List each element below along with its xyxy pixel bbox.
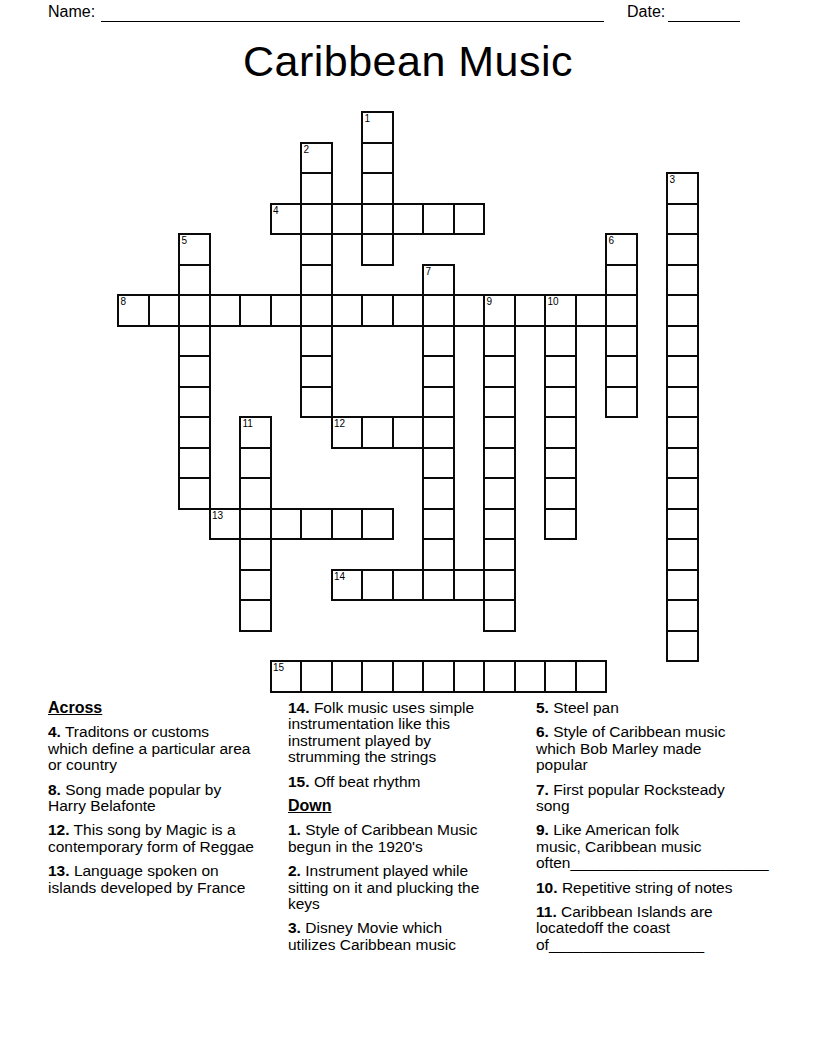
grid-cell-r13c18[interactable] [666, 508, 699, 541]
grid-cell-r10c2[interactable] [178, 416, 211, 449]
grid-cell-r12c2[interactable] [178, 477, 211, 510]
grid-cell-r2c6[interactable] [300, 172, 333, 205]
grid-cell-r18c10[interactable] [422, 660, 455, 693]
grid-cell-r6c18[interactable] [666, 294, 699, 327]
grid-cell-r10c10[interactable] [422, 416, 455, 449]
grid-cell-r3c10[interactable] [422, 203, 455, 236]
grid-cell-r6c7[interactable] [331, 294, 364, 327]
grid-cell-r18c8[interactable] [361, 660, 394, 693]
clue-number-label: 8. [48, 781, 61, 798]
clue-text: Caribbean Islands are locatedoff the coa… [536, 903, 713, 953]
grid-cell-r13c10[interactable] [422, 508, 455, 541]
worksheet-page: Name: Date: Caribbean Music 123456789101… [0, 0, 816, 1056]
grid-cell-r13c14[interactable] [544, 508, 577, 541]
grid-clue-number-9: 9 [487, 296, 493, 307]
clue-12: 12. This song by Magic is a contemporary… [48, 822, 292, 855]
clue-2: 2. Instrument played while sitting on it… [288, 863, 532, 912]
grid-cell-r10c7[interactable]: 12 [331, 416, 364, 449]
clue-number-label: 4. [48, 723, 61, 740]
clue-number-label: 14. [288, 699, 310, 716]
grid-cell-r10c4[interactable]: 11 [239, 416, 272, 449]
grid-cell-r15c11[interactable] [453, 569, 486, 602]
grid-cell-r11c10[interactable] [422, 447, 455, 480]
clue-text: Disney Movie which utilizes Caribbean mu… [288, 919, 456, 952]
grid-cell-r9c10[interactable] [422, 386, 455, 419]
clue-number-label: 2. [288, 862, 301, 879]
grid-clue-number-15: 15 [273, 662, 284, 673]
clue-11: 11. Caribbean Islands are locatedoff the… [536, 904, 780, 953]
grid-cell-r7c10[interactable] [422, 325, 455, 358]
grid-cell-r8c16[interactable] [605, 355, 638, 388]
grid-cell-r6c15[interactable] [575, 294, 608, 327]
grid-cell-r15c10[interactable] [422, 569, 455, 602]
grid-cell-r8c10[interactable] [422, 355, 455, 388]
grid-cell-r7c14[interactable] [544, 325, 577, 358]
clue-1: 1. Style of Caribbean Music begun in the… [288, 822, 532, 855]
grid-cell-r18c11[interactable] [453, 660, 486, 693]
grid-cell-r18c15[interactable] [575, 660, 608, 693]
crossword-grid: 123456789101112131415 [117, 111, 699, 694]
grid-cell-r7c18[interactable] [666, 325, 699, 358]
grid-cell-r14c18[interactable] [666, 538, 699, 571]
clue-text: Off beat rhythm [314, 773, 421, 790]
grid-cell-r15c7[interactable]: 14 [331, 569, 364, 602]
grid-cell-r13c4[interactable] [239, 508, 272, 541]
grid-cell-r9c16[interactable] [605, 386, 638, 419]
grid-cell-r6c11[interactable] [453, 294, 486, 327]
grid-clue-number-14: 14 [334, 571, 345, 582]
grid-clue-number-8: 8 [121, 296, 127, 307]
grid-clue-number-12: 12 [334, 418, 345, 429]
grid-clue-number-2: 2 [304, 144, 310, 155]
clue-7: 7. First popular Rocksteady song [536, 782, 780, 815]
grid-cell-r7c6[interactable] [300, 325, 333, 358]
grid-clue-number-3: 3 [670, 174, 676, 185]
clue-number-label: 3. [288, 919, 301, 936]
grid-cell-r18c14[interactable] [544, 660, 577, 693]
grid-cell-r9c2[interactable] [178, 386, 211, 419]
grid-cell-r3c11[interactable] [453, 203, 486, 236]
grid-cell-r4c6[interactable] [300, 233, 333, 266]
clue-text: Language spoken on islands developed by … [48, 862, 245, 895]
clue-column-2: 14. Folk music uses simple instrumentati… [288, 700, 532, 961]
clue-text: Song made popular by Harry Belafonte [48, 781, 221, 814]
grid-cell-r4c2[interactable]: 5 [178, 233, 211, 266]
grid-cell-r10c14[interactable] [544, 416, 577, 449]
grid-cell-r5c2[interactable] [178, 264, 211, 297]
grid-cell-r7c12[interactable] [483, 325, 516, 358]
grid-cell-r15c12[interactable] [483, 569, 516, 602]
grid-cell-r15c18[interactable] [666, 569, 699, 602]
clue-3: 3. Disney Movie which utilizes Caribbean… [288, 920, 532, 953]
grid-cell-r10c8[interactable] [361, 416, 394, 449]
grid-cell-r3c18[interactable] [666, 203, 699, 236]
grid-cell-r5c10[interactable]: 7 [422, 264, 455, 297]
grid-cell-r6c10[interactable] [422, 294, 455, 327]
grid-cell-r17c18[interactable] [666, 630, 699, 663]
grid-cell-r6c6[interactable] [300, 294, 333, 327]
clue-8: 8. Song made popular by Harry Belafonte [48, 782, 292, 815]
grid-cell-r5c6[interactable] [300, 264, 333, 297]
grid-cell-r16c12[interactable] [483, 599, 516, 632]
clue-text: First popular Rocksteady song [536, 781, 725, 814]
grid-cell-r11c18[interactable] [666, 447, 699, 480]
grid-cell-r14c10[interactable] [422, 538, 455, 571]
clue-number-label: 11. [536, 903, 557, 920]
grid-cell-r1c8[interactable] [361, 142, 394, 175]
grid-clue-number-6: 6 [609, 235, 615, 246]
grid-cell-r11c12[interactable] [483, 447, 516, 480]
grid-cell-r6c16[interactable] [605, 294, 638, 327]
grid-cell-r1c6[interactable]: 2 [300, 142, 333, 175]
clue-text: Repetitive string of notes [562, 879, 733, 896]
grid-cell-r6c13[interactable] [514, 294, 547, 327]
grid-cell-r10c18[interactable] [666, 416, 699, 449]
date-label: Date: [627, 3, 665, 21]
clue-4: 4. Traditons or customs which define a p… [48, 724, 292, 773]
clue-number-label: 7. [536, 781, 549, 798]
grid-cell-r8c14[interactable] [544, 355, 577, 388]
grid-clue-number-1: 1 [365, 113, 371, 124]
grid-cell-r12c18[interactable] [666, 477, 699, 510]
grid-cell-r6c2[interactable] [178, 294, 211, 327]
grid-cell-r2c18[interactable]: 3 [666, 172, 699, 205]
grid-cell-r5c16[interactable] [605, 264, 638, 297]
grid-cell-r6c5[interactable] [270, 294, 303, 327]
grid-cell-r9c18[interactable] [666, 386, 699, 419]
grid-cell-r4c18[interactable] [666, 233, 699, 266]
grid-cell-r8c18[interactable] [666, 355, 699, 388]
name-blank-line[interactable] [101, 2, 604, 22]
grid-cell-r15c8[interactable] [361, 569, 394, 602]
clue-text: Style of Caribbean music which Bob Marle… [536, 723, 726, 773]
clue-15: 15. Off beat rhythm [288, 774, 532, 790]
clue-number-label: 5. [536, 699, 549, 716]
clue-6: 6. Style of Caribbean music which Bob Ma… [536, 724, 780, 773]
grid-cell-r4c16[interactable]: 6 [605, 233, 638, 266]
grid-cell-r6c4[interactable] [239, 294, 272, 327]
grid-cell-r6c8[interactable] [361, 294, 394, 327]
grid-cell-r14c4[interactable] [239, 538, 272, 571]
grid-cell-r6c12[interactable]: 9 [483, 294, 516, 327]
grid-cell-r16c4[interactable] [239, 599, 272, 632]
grid-cell-r11c14[interactable] [544, 447, 577, 480]
grid-cell-r15c9[interactable] [392, 569, 425, 602]
grid-cell-r11c4[interactable] [239, 447, 272, 480]
grid-cell-r8c6[interactable] [300, 355, 333, 388]
clue-text: Steel pan [553, 699, 619, 716]
clue-text: Traditons or customs which define a part… [48, 723, 250, 773]
grid-cell-r3c8[interactable] [361, 203, 394, 236]
clue-13: 13. Language spoken on islands developed… [48, 863, 292, 896]
clue-number-label: 10. [536, 879, 558, 896]
grid-cell-r9c12[interactable] [483, 386, 516, 419]
grid-clue-number-5: 5 [182, 235, 188, 246]
clue-number-label: 15. [288, 773, 310, 790]
grid-cell-r3c9[interactable] [392, 203, 425, 236]
clue-text: Style of Caribbean Music begun in the 19… [288, 821, 478, 854]
grid-cell-r3c7[interactable] [331, 203, 364, 236]
grid-cell-r13c8[interactable] [361, 508, 394, 541]
grid-cell-r6c1[interactable] [148, 294, 181, 327]
clue-number-label: 13. [48, 862, 70, 879]
clue-number-label: 1. [288, 821, 301, 838]
grid-cell-r10c9[interactable] [392, 416, 425, 449]
puzzle-title: Caribbean Music [0, 36, 816, 86]
grid-cell-r10c12[interactable] [483, 416, 516, 449]
grid-cell-r6c3[interactable] [209, 294, 242, 327]
grid-cell-r13c7[interactable] [331, 508, 364, 541]
name-label: Name: [48, 3, 95, 21]
grid-cell-r4c8[interactable] [361, 233, 394, 266]
clue-text: Folk music uses simple instrumentation l… [288, 699, 474, 765]
grid-cell-r7c2[interactable] [178, 325, 211, 358]
grid-cell-r18c7[interactable] [331, 660, 364, 693]
grid-cell-r8c2[interactable] [178, 355, 211, 388]
grid-cell-r12c12[interactable] [483, 477, 516, 510]
grid-cell-r0c8[interactable]: 1 [361, 111, 394, 144]
grid-cell-r18c13[interactable] [514, 660, 547, 693]
clue-column-1: Across4. Traditons or customs which defi… [48, 700, 292, 904]
grid-cell-r16c18[interactable] [666, 599, 699, 632]
grid-cell-r13c6[interactable] [300, 508, 333, 541]
grid-cell-r3c5[interactable]: 4 [270, 203, 303, 236]
grid-cell-r5c18[interactable] [666, 264, 699, 297]
grid-cell-r18c12[interactable] [483, 660, 516, 693]
grid-cell-r12c10[interactable] [422, 477, 455, 510]
clue-number-label: 12. [48, 821, 70, 838]
grid-cell-r18c5[interactable]: 15 [270, 660, 303, 693]
clue-5: 5. Steel pan [536, 700, 780, 716]
clue-text: Instrument played while sitting on it an… [288, 862, 479, 912]
date-blank-line[interactable] [668, 2, 740, 22]
grid-cell-r13c12[interactable] [483, 508, 516, 541]
clue-number-label: 9. [536, 821, 549, 838]
grid-cell-r7c16[interactable] [605, 325, 638, 358]
clue-10: 10. Repetitive string of notes [536, 880, 780, 896]
grid-cell-r6c9[interactable] [392, 294, 425, 327]
grid-clue-number-11: 11 [243, 418, 253, 429]
clue-section-header-across: Across [48, 700, 292, 716]
grid-cell-r3c6[interactable] [300, 203, 333, 236]
grid-clue-number-13: 13 [212, 510, 223, 521]
grid-cell-r9c6[interactable] [300, 386, 333, 419]
clue-column-3: 5. Steel pan6. Style of Caribbean music … [536, 700, 780, 961]
grid-cell-r8c12[interactable] [483, 355, 516, 388]
clue-number-label: 6. [536, 723, 549, 740]
grid-cell-r2c8[interactable] [361, 172, 394, 205]
grid-clue-number-10: 10 [548, 296, 559, 307]
grid-clue-number-4: 4 [273, 205, 279, 216]
grid-cell-r14c12[interactable] [483, 538, 516, 571]
grid-cell-r18c9[interactable] [392, 660, 425, 693]
grid-cell-r12c4[interactable] [239, 477, 272, 510]
clue-14: 14. Folk music uses simple instrumentati… [288, 700, 532, 766]
clue-text: Like American folk music, Caribbean musi… [536, 821, 769, 871]
grid-cell-r6c0[interactable]: 8 [117, 294, 150, 327]
grid-cell-r18c6[interactable] [300, 660, 333, 693]
grid-cell-r13c5[interactable] [270, 508, 303, 541]
grid-cell-r12c14[interactable] [544, 477, 577, 510]
grid-cell-r13c3[interactable]: 13 [209, 508, 242, 541]
clue-text: This song by Magic is a contemporary for… [48, 821, 254, 854]
grid-clue-number-7: 7 [426, 266, 432, 277]
grid-cell-r6c14[interactable]: 10 [544, 294, 577, 327]
clue-9: 9. Like American folk music, Caribbean m… [536, 822, 780, 871]
grid-cell-r15c4[interactable] [239, 569, 272, 602]
clue-section-header-down: Down [288, 798, 532, 814]
grid-cell-r9c14[interactable] [544, 386, 577, 419]
grid-cell-r11c2[interactable] [178, 447, 211, 480]
